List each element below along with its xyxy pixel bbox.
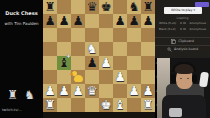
square-h7[interactable]: ♟: [141, 14, 155, 28]
chess-board[interactable]: ♜♛♚♞♜♟♟♟♟♟♟♞♝♟♟♟♟♟♟♛♟♟♜♚♝♜: [43, 0, 155, 112]
mouse-cursor-icon: +: [66, 52, 71, 59]
piece-wP-f3[interactable]: ♟: [114, 70, 125, 84]
square-g3[interactable]: [127, 70, 141, 84]
black-player-label: Black (5+0): [159, 27, 176, 31]
chess-pieces-logo-icon: ♜ ♞: [0, 88, 43, 102]
square-a5[interactable]: [43, 42, 57, 56]
piece-wP-e4[interactable]: ♟: [100, 56, 111, 70]
square-f4[interactable]: [113, 56, 127, 70]
square-f2[interactable]: [113, 84, 127, 98]
flag-icon: [183, 28, 186, 31]
piece-bP-g7[interactable]: ♟: [128, 14, 139, 28]
square-g8[interactable]: ♞: [127, 0, 141, 14]
piece-wP-a2[interactable]: ♟: [44, 84, 55, 98]
square-c6[interactable]: [71, 28, 85, 42]
piece-wR-a1[interactable]: ♜: [44, 98, 55, 112]
square-h3[interactable]: [141, 70, 155, 84]
move-select-dropdown[interactable]: White to play ▾: [164, 7, 202, 14]
square-b1[interactable]: [57, 98, 71, 112]
square-h8[interactable]: ♜: [141, 0, 155, 14]
clipboard-icon: [171, 39, 176, 44]
game-control-panel: White to play ▾ Loading White (5+0) Anon…: [155, 0, 210, 58]
square-f1[interactable]: ♝: [113, 98, 127, 112]
square-a6[interactable]: [43, 28, 57, 42]
piece-wP-h2[interactable]: ♟: [142, 84, 153, 98]
piece-wQ-d2[interactable]: ♛: [86, 84, 97, 98]
streamer-shirt-print: [169, 108, 182, 117]
stream-window: Duck Chess with Tim Paulden ♜ ♞ twitch.t…: [0, 0, 210, 118]
square-c3[interactable]: [71, 70, 85, 84]
square-g2[interactable]: ♟: [127, 84, 141, 98]
headphones-earcup-icon: [192, 74, 197, 83]
piece-bN-g8[interactable]: ♞: [128, 0, 139, 14]
duck-piece[interactable]: [74, 75, 83, 82]
square-e3[interactable]: [99, 70, 113, 84]
flag-icon: [183, 22, 186, 25]
black-player-icons: [180, 28, 186, 31]
microscope-icon: [167, 47, 172, 52]
square-a8[interactable]: ♜: [43, 0, 57, 14]
square-g1[interactable]: [127, 98, 141, 112]
headphones-earcup-icon: [171, 74, 176, 83]
left-title-panel: Duck Chess with Tim Paulden ♜ ♞ twitch.t…: [0, 0, 43, 118]
piece-wR-h1[interactable]: ♜: [142, 98, 153, 112]
chevron-down-icon: ▾: [193, 8, 195, 12]
square-a4[interactable]: [43, 56, 57, 70]
channel-url: twitch.tv/...: [2, 108, 43, 112]
piece-bK-e8[interactable]: ♚: [100, 0, 111, 14]
square-f6[interactable]: [113, 28, 127, 42]
player-row-black: Black (5+0) Anonymous: [159, 27, 206, 31]
player-row-white: White (5+0) Anonymous: [159, 21, 206, 25]
square-d7[interactable]: [85, 14, 99, 28]
square-g4[interactable]: [127, 56, 141, 70]
piece-wN-d5[interactable]: ♞: [86, 42, 97, 56]
piece-bP-a7[interactable]: ♟: [44, 14, 55, 28]
microphone: [199, 72, 209, 88]
piece-bR-h8[interactable]: ♜: [142, 0, 153, 14]
square-a3[interactable]: [43, 70, 57, 84]
piece-bP-c7[interactable]: ♟: [72, 14, 83, 28]
stream-title: Duck Chess: [0, 10, 43, 16]
white-player-icons: [180, 22, 186, 25]
square-c4[interactable]: [71, 56, 85, 70]
square-d3[interactable]: [85, 70, 99, 84]
square-d6[interactable]: [85, 28, 99, 42]
piece-wP-b2[interactable]: ♟: [58, 84, 69, 98]
analysis-board-button-label: Analysis board: [174, 47, 198, 51]
piece-wP-c2[interactable]: ♟: [72, 84, 83, 98]
square-c7[interactable]: ♟: [71, 14, 85, 28]
clipboard-button[interactable]: Clipboard: [155, 37, 210, 44]
piece-bP-d4[interactable]: ♟: [86, 56, 97, 70]
piece-bP-f7[interactable]: ♟: [114, 14, 125, 28]
clock-icon: [180, 22, 183, 25]
square-e4[interactable]: ♟: [99, 56, 113, 70]
square-d1[interactable]: [85, 98, 99, 112]
square-b7[interactable]: ♟: [57, 14, 71, 28]
square-h4[interactable]: [141, 56, 155, 70]
square-c5[interactable]: [71, 42, 85, 56]
board-area: ♜♛♚♞♜♟♟♟♟♟♟♞♝♟♟♟♟♟♟♛♟♟♜♚♝♜: [43, 0, 155, 112]
square-f7[interactable]: ♟: [113, 14, 127, 28]
analysis-board-button[interactable]: Analysis board: [155, 45, 210, 52]
square-g6[interactable]: [127, 28, 141, 42]
white-player-label: White (5+0): [159, 21, 176, 25]
square-c2[interactable]: ♟: [71, 84, 85, 98]
square-a2[interactable]: ♟: [43, 84, 57, 98]
square-b2[interactable]: ♟: [57, 84, 71, 98]
square-a7[interactable]: ♟: [43, 14, 57, 28]
square-b6[interactable]: [57, 28, 71, 42]
square-d2[interactable]: ♛: [85, 84, 99, 98]
square-g5[interactable]: [127, 42, 141, 56]
move-select-label: White to play: [171, 8, 192, 12]
piece-wK-e1[interactable]: ♚: [100, 98, 111, 112]
piece-bQ-d8[interactable]: ♛: [86, 0, 97, 14]
square-e8[interactable]: ♚: [99, 0, 113, 14]
square-f3[interactable]: ♟: [113, 70, 127, 84]
square-a1[interactable]: ♜: [43, 98, 57, 112]
square-e1[interactable]: ♚: [99, 98, 113, 112]
piece-bR-a8[interactable]: ♜: [44, 0, 55, 14]
square-f8[interactable]: [113, 0, 127, 14]
clock-icon: [180, 28, 183, 31]
square-e5[interactable]: [99, 42, 113, 56]
piece-bP-h7[interactable]: ♟: [142, 14, 153, 28]
square-e6[interactable]: [99, 28, 113, 42]
board-bottom-strip: [43, 112, 155, 118]
black-player-name: Anonymous: [189, 27, 206, 31]
clipboard-button-label: Clipboard: [178, 39, 194, 43]
piece-bP-b7[interactable]: ♟: [58, 14, 69, 28]
square-c1[interactable]: [71, 98, 85, 112]
square-e7[interactable]: [99, 14, 113, 28]
square-d4[interactable]: ♟: [85, 56, 99, 70]
piece-wP-g2[interactable]: ♟: [128, 84, 139, 98]
square-c8[interactable]: [71, 0, 85, 14]
stream-subtitle: with Tim Paulden: [0, 21, 43, 26]
square-h6[interactable]: [141, 28, 155, 42]
square-h1[interactable]: ♜: [141, 98, 155, 112]
webcam-feed: [157, 58, 210, 118]
headphones-band-icon: [172, 62, 196, 72]
square-e2[interactable]: [99, 84, 113, 98]
white-player-name: Anonymous: [189, 21, 206, 25]
square-d8[interactable]: ♛: [85, 0, 99, 14]
square-b8[interactable]: [57, 0, 71, 14]
square-h2[interactable]: ♟: [141, 84, 155, 98]
square-f5[interactable]: [113, 42, 127, 56]
piece-wB-f1[interactable]: ♝: [114, 98, 125, 112]
square-d5[interactable]: ♞: [85, 42, 99, 56]
square-g7[interactable]: ♟: [127, 14, 141, 28]
status-text: Loading: [155, 16, 210, 20]
square-h5[interactable]: [141, 42, 155, 56]
square-b3[interactable]: [57, 70, 71, 84]
